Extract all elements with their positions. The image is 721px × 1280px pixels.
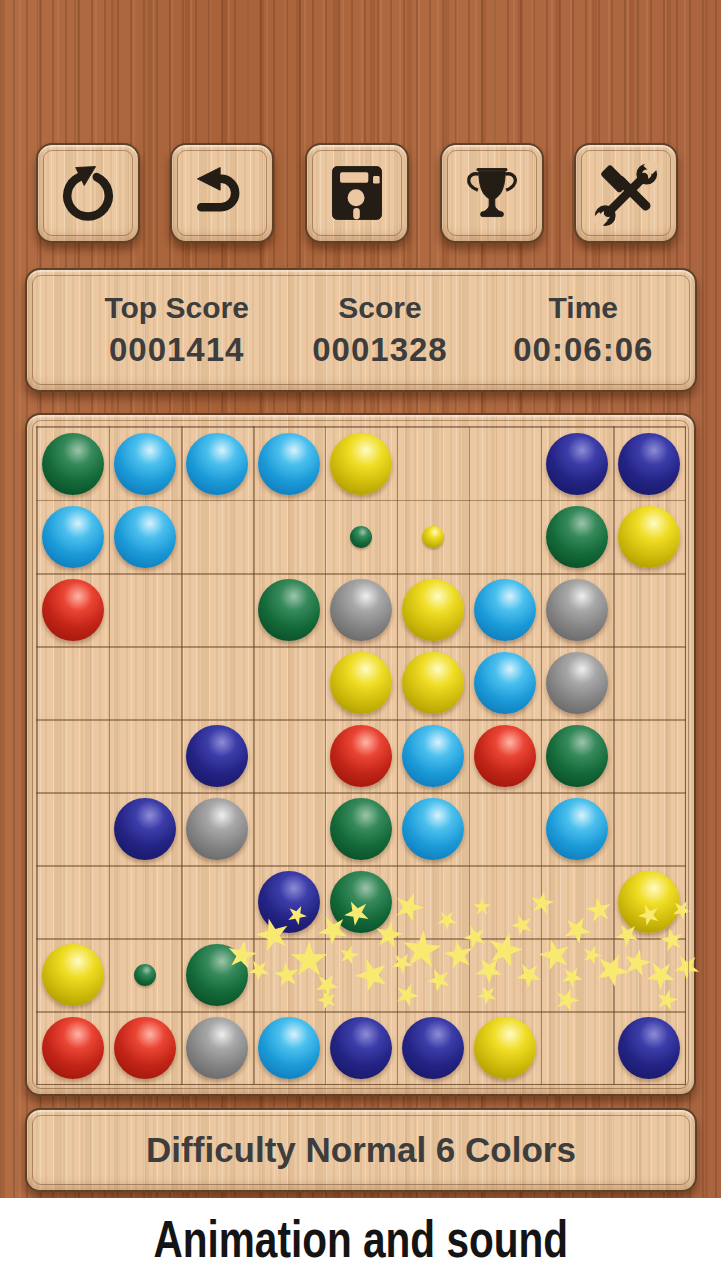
cell-r1c9[interactable] xyxy=(613,427,685,500)
cell-r4c6[interactable] xyxy=(397,646,469,719)
cell-r2c7[interactable] xyxy=(469,500,541,573)
navy-ball xyxy=(402,1017,464,1079)
next-yellow-ball xyxy=(422,526,444,548)
cell-r4c9[interactable] xyxy=(613,646,685,719)
top-score-value: 0001414 xyxy=(75,330,278,370)
navy-ball xyxy=(186,725,248,787)
cell-r6c2[interactable] xyxy=(109,792,181,865)
cell-r2c5[interactable] xyxy=(325,500,397,573)
toolbar xyxy=(36,143,685,243)
board-grid xyxy=(36,426,686,1085)
cell-r1c7[interactable] xyxy=(469,427,541,500)
cell-r9c9[interactable] xyxy=(613,1011,685,1084)
cell-r1c4[interactable] xyxy=(253,427,325,500)
cell-r9c2[interactable] xyxy=(109,1011,181,1084)
wood-background: Top Score 0001414 Score 0001328 Time 00:… xyxy=(0,0,721,1198)
cell-r1c3[interactable] xyxy=(181,427,253,500)
score-value: 0001328 xyxy=(278,330,481,370)
cell-r8c4[interactable] xyxy=(253,938,325,1011)
top-score-label: Top Score xyxy=(75,291,278,324)
red-ball xyxy=(42,1017,104,1079)
save-floppy-icon xyxy=(324,160,390,226)
cell-r6c1[interactable] xyxy=(37,792,109,865)
next-green-ball xyxy=(134,964,156,986)
cell-r4c2[interactable] xyxy=(109,646,181,719)
cell-r7c2[interactable] xyxy=(109,865,181,938)
gray-ball xyxy=(186,798,248,860)
navy-ball xyxy=(546,433,608,495)
cell-r4c5[interactable] xyxy=(325,646,397,719)
cell-r8c1[interactable] xyxy=(37,938,109,1011)
high-scores-button[interactable] xyxy=(440,143,544,243)
top-score-block: Top Score 0001414 xyxy=(75,291,278,370)
cell-r8c6[interactable] xyxy=(397,938,469,1011)
cell-r6c9[interactable] xyxy=(613,792,685,865)
cell-r8c3[interactable] xyxy=(181,938,253,1011)
yellow-ball xyxy=(330,652,392,714)
tools-icon xyxy=(593,160,659,226)
undo-icon xyxy=(189,160,255,226)
cell-r8c5[interactable] xyxy=(325,938,397,1011)
caption-text: Animation and sound xyxy=(153,1209,568,1269)
cell-r5c2[interactable] xyxy=(109,719,181,792)
green-ball xyxy=(330,871,392,933)
cell-r9c8[interactable] xyxy=(541,1011,613,1084)
score-panel: Top Score 0001414 Score 0001328 Time 00:… xyxy=(25,268,697,392)
red-ball xyxy=(114,1017,176,1079)
cyan-ball xyxy=(474,652,536,714)
trophy-icon xyxy=(459,160,525,226)
cyan-ball xyxy=(474,579,536,641)
cyan-ball xyxy=(258,1017,320,1079)
cell-r3c8[interactable] xyxy=(541,573,613,646)
gray-ball xyxy=(546,652,608,714)
navy-ball xyxy=(618,433,680,495)
yellow-ball xyxy=(42,944,104,1006)
green-ball xyxy=(258,579,320,641)
cell-r5c7[interactable] xyxy=(469,719,541,792)
game-board xyxy=(25,413,696,1096)
green-ball xyxy=(186,944,248,1006)
cell-r1c2[interactable] xyxy=(109,427,181,500)
cyan-ball xyxy=(114,433,176,495)
yellow-ball xyxy=(474,1017,536,1079)
cell-r8c9[interactable] xyxy=(613,938,685,1011)
cell-r2c2[interactable] xyxy=(109,500,181,573)
cell-r7c8[interactable] xyxy=(541,865,613,938)
cell-r3c2[interactable] xyxy=(109,573,181,646)
save-button[interactable] xyxy=(305,143,409,243)
cell-r4c4[interactable] xyxy=(253,646,325,719)
cell-r9c3[interactable] xyxy=(181,1011,253,1084)
navy-ball xyxy=(618,1017,680,1079)
cell-r7c5[interactable] xyxy=(325,865,397,938)
difficulty-text: Difficulty Normal 6 Colors xyxy=(146,1130,576,1170)
cell-r5c1[interactable] xyxy=(37,719,109,792)
cell-r3c9[interactable] xyxy=(613,573,685,646)
cell-r6c4[interactable] xyxy=(253,792,325,865)
cell-r5c9[interactable] xyxy=(613,719,685,792)
green-ball xyxy=(330,798,392,860)
cell-r2c9[interactable] xyxy=(613,500,685,573)
cell-r2c1[interactable] xyxy=(37,500,109,573)
undo-button[interactable] xyxy=(170,143,274,243)
cell-r7c4[interactable] xyxy=(253,865,325,938)
cell-r9c4[interactable] xyxy=(253,1011,325,1084)
next-green-ball xyxy=(350,526,372,548)
gray-ball xyxy=(546,579,608,641)
cyan-ball xyxy=(402,725,464,787)
cell-r4c8[interactable] xyxy=(541,646,613,719)
cell-r8c7[interactable] xyxy=(469,938,541,1011)
cell-r7c9[interactable] xyxy=(613,865,685,938)
cell-r8c2[interactable] xyxy=(109,938,181,1011)
gray-ball xyxy=(330,579,392,641)
caption-strip: Animation and sound xyxy=(0,1198,721,1280)
cell-r2c3[interactable] xyxy=(181,500,253,573)
green-ball xyxy=(546,506,608,568)
cell-r7c1[interactable] xyxy=(37,865,109,938)
score-label: Score xyxy=(278,291,481,324)
restart-button[interactable] xyxy=(36,143,140,243)
cell-r6c3[interactable] xyxy=(181,792,253,865)
cell-r8c8[interactable] xyxy=(541,938,613,1011)
green-ball xyxy=(42,433,104,495)
time-block: Time 00:06:06 xyxy=(482,291,685,370)
cell-r6c8[interactable] xyxy=(541,792,613,865)
cell-r6c5[interactable] xyxy=(325,792,397,865)
cell-r9c1[interactable] xyxy=(37,1011,109,1084)
cell-r9c7[interactable] xyxy=(469,1011,541,1084)
cell-r9c6[interactable] xyxy=(397,1011,469,1084)
gray-ball xyxy=(186,1017,248,1079)
cell-r4c7[interactable] xyxy=(469,646,541,719)
cell-r6c7[interactable] xyxy=(469,792,541,865)
cell-r1c1[interactable] xyxy=(37,427,109,500)
navy-ball xyxy=(114,798,176,860)
green-ball xyxy=(546,725,608,787)
difficulty-bar: Difficulty Normal 6 Colors xyxy=(25,1108,697,1192)
navy-ball xyxy=(330,1017,392,1079)
yellow-ball xyxy=(402,652,464,714)
cell-r5c8[interactable] xyxy=(541,719,613,792)
cell-r3c5[interactable] xyxy=(325,573,397,646)
cell-r2c8[interactable] xyxy=(541,500,613,573)
yellow-ball xyxy=(330,433,392,495)
time-value: 00:06:06 xyxy=(482,330,685,370)
settings-button[interactable] xyxy=(574,143,678,243)
cell-r5c3[interactable] xyxy=(181,719,253,792)
time-label: Time xyxy=(482,291,685,324)
red-ball xyxy=(42,579,104,641)
cell-r9c5[interactable] xyxy=(325,1011,397,1084)
cell-r5c6[interactable] xyxy=(397,719,469,792)
cyan-ball xyxy=(114,506,176,568)
game-screen: Top Score 0001414 Score 0001328 Time 00:… xyxy=(0,0,721,1280)
cell-r3c6[interactable] xyxy=(397,573,469,646)
cell-r3c1[interactable] xyxy=(37,573,109,646)
cell-r4c3[interactable] xyxy=(181,646,253,719)
cell-r7c3[interactable] xyxy=(181,865,253,938)
cell-r5c4[interactable] xyxy=(253,719,325,792)
cell-r7c6[interactable] xyxy=(397,865,469,938)
cell-r2c4[interactable] xyxy=(253,500,325,573)
cyan-ball xyxy=(186,433,248,495)
restart-icon xyxy=(55,160,121,226)
cell-r3c7[interactable] xyxy=(469,573,541,646)
navy-ball xyxy=(258,871,320,933)
cyan-ball xyxy=(402,798,464,860)
cyan-ball xyxy=(42,506,104,568)
red-ball xyxy=(330,725,392,787)
cell-r7c7[interactable] xyxy=(469,865,541,938)
cell-r6c6[interactable] xyxy=(397,792,469,865)
cell-r3c4[interactable] xyxy=(253,573,325,646)
cell-r1c8[interactable] xyxy=(541,427,613,500)
cyan-ball xyxy=(546,798,608,860)
cell-r4c1[interactable] xyxy=(37,646,109,719)
score-block: Score 0001328 xyxy=(278,291,481,370)
yellow-ball xyxy=(618,871,680,933)
cell-r3c3[interactable] xyxy=(181,573,253,646)
cell-r1c6[interactable] xyxy=(397,427,469,500)
cell-r5c5[interactable] xyxy=(325,719,397,792)
red-ball xyxy=(474,725,536,787)
cell-r1c5[interactable] xyxy=(325,427,397,500)
yellow-ball xyxy=(618,506,680,568)
cell-r2c6[interactable] xyxy=(397,500,469,573)
cyan-ball xyxy=(258,433,320,495)
yellow-ball xyxy=(402,579,464,641)
